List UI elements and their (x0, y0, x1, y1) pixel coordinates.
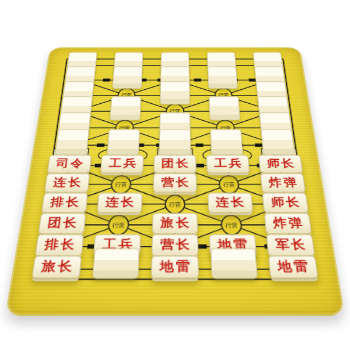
piece-yingzhang[interactable]: 营长 (153, 173, 197, 192)
near-piece-hidden[interactable] (210, 248, 257, 279)
far-piece-hidden[interactable] (261, 129, 296, 155)
piece-lianzhang[interactable]: 连长 (97, 193, 143, 213)
far-piece-hidden[interactable] (110, 97, 142, 121)
piece-yingzhang[interactable]: 营长 (151, 234, 198, 256)
piece-lyuzhang[interactable]: 旅长 (31, 256, 81, 279)
piece-dilei[interactable]: 地雷 (268, 256, 318, 279)
piece-dilei[interactable]: 地雷 (151, 256, 199, 279)
far-piece-hidden[interactable] (210, 129, 243, 155)
board-perspective-wrap: 行营行营行营行营行营行营行营行营行营行营前线前线前线山界山界 司令工兵团长工兵师… (5, 47, 345, 316)
board-field: 行营行营行营行营行营行营行营行营行营行营前线前线前线山界山界 司令工兵团长工兵师… (24, 58, 327, 292)
far-piece-hidden[interactable] (107, 129, 140, 155)
piece-lianzhang[interactable]: 连长 (44, 173, 90, 192)
photo-background: 行营行营行营行营行营行营行营行营行营行营前线前线前线山界山界 司令工兵团长工兵师… (0, 0, 350, 350)
far-piece-hidden[interactable] (209, 97, 241, 121)
piece-gongbing[interactable]: 工兵 (100, 155, 144, 174)
piece-tuanzhang[interactable]: 团长 (154, 155, 197, 174)
near-piece-hidden[interactable] (92, 248, 139, 279)
piece-tuanzhang[interactable]: 团长 (38, 213, 86, 234)
far-piece-hidden[interactable] (112, 66, 142, 88)
far-piece-hidden[interactable] (207, 66, 237, 88)
piece-shizhang[interactable]: 师长 (258, 155, 303, 174)
far-piece-hidden[interactable] (159, 129, 191, 155)
pieces-layer: 司令工兵团长工兵师长连长营长炸弹排长连长连长师长团长旅长炸弹排长工兵营长地雷军长… (24, 58, 327, 292)
piece-shizhang[interactable]: 师长 (262, 193, 309, 213)
piece-siling[interactable]: 司令 (47, 155, 92, 174)
piece-paizhang[interactable]: 排长 (41, 193, 88, 213)
piece-junzhang[interactable]: 军长 (266, 234, 315, 256)
far-piece-hidden[interactable] (160, 81, 190, 104)
far-piece-hidden[interactable] (55, 129, 90, 155)
piece-gongbing[interactable]: 工兵 (206, 155, 250, 174)
piece-lianzhang[interactable]: 连长 (208, 193, 254, 213)
piece-zhadan[interactable]: 炸弹 (264, 213, 312, 234)
piece-zhadan[interactable]: 炸弹 (260, 173, 306, 192)
piece-lyuzhang[interactable]: 旅长 (152, 213, 198, 234)
piece-paizhang[interactable]: 排长 (35, 234, 84, 256)
